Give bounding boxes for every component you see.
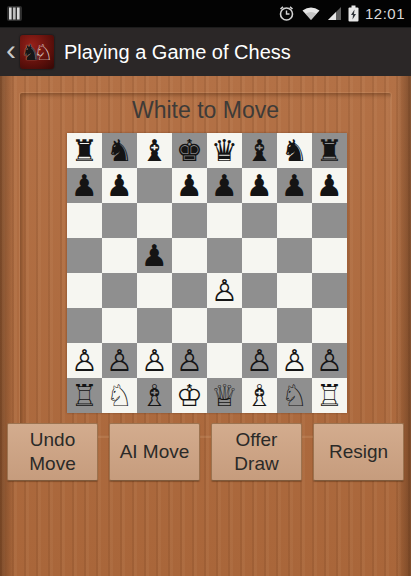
board-square[interactable]: ♘ bbox=[277, 378, 312, 413]
board-square[interactable] bbox=[277, 273, 312, 308]
board-square[interactable]: ♞ bbox=[102, 133, 137, 168]
board-square[interactable]: ♟ bbox=[312, 168, 347, 203]
board-square[interactable] bbox=[242, 203, 277, 238]
board-square[interactable]: ♝ bbox=[137, 133, 172, 168]
board-square[interactable] bbox=[102, 203, 137, 238]
page-title: Playing a Game of Chess bbox=[64, 41, 291, 64]
board-square[interactable]: ♙ bbox=[312, 343, 347, 378]
ai-move-button[interactable]: AI Move bbox=[109, 423, 200, 481]
board-square[interactable]: ♙ bbox=[67, 343, 102, 378]
white-piece: ♙ bbox=[246, 343, 273, 378]
board-square[interactable]: ♚ bbox=[172, 133, 207, 168]
board-square[interactable] bbox=[207, 238, 242, 273]
black-piece: ♟ bbox=[141, 238, 168, 273]
white-piece: ♙ bbox=[71, 343, 98, 378]
board-square[interactable] bbox=[67, 203, 102, 238]
board-square[interactable] bbox=[207, 343, 242, 378]
wood-background: White to Move ♜♞♝♚♛♝♞♜♟♟♟♟♟♟♟♟♙♙♙♙♙♙♙♙♖♘… bbox=[0, 76, 411, 576]
board-square[interactable]: ♞ bbox=[277, 133, 312, 168]
board-square[interactable] bbox=[137, 308, 172, 343]
board-square[interactable] bbox=[277, 308, 312, 343]
black-piece: ♚ bbox=[176, 133, 203, 168]
move-status-text: White to Move bbox=[0, 97, 411, 124]
board-square[interactable]: ♖ bbox=[312, 378, 347, 413]
board-square[interactable]: ♗ bbox=[242, 378, 277, 413]
white-piece: ♗ bbox=[246, 378, 273, 413]
resign-button[interactable]: Resign bbox=[313, 423, 404, 481]
board-square[interactable] bbox=[242, 273, 277, 308]
wifi-icon bbox=[301, 6, 321, 22]
board-square[interactable] bbox=[67, 238, 102, 273]
board-square[interactable]: ♛ bbox=[207, 133, 242, 168]
board-square[interactable] bbox=[137, 273, 172, 308]
white-piece: ♘ bbox=[281, 378, 308, 413]
notification-bars-icon bbox=[6, 5, 23, 22]
board-square[interactable] bbox=[137, 203, 172, 238]
board-square[interactable]: ♖ bbox=[67, 378, 102, 413]
board-square[interactable] bbox=[67, 308, 102, 343]
app-icon: ♞ ♘ bbox=[20, 35, 54, 69]
board-square[interactable] bbox=[172, 308, 207, 343]
board-square[interactable]: ♜ bbox=[312, 133, 347, 168]
board-square[interactable] bbox=[277, 238, 312, 273]
board-square[interactable] bbox=[67, 273, 102, 308]
black-piece: ♟ bbox=[246, 168, 273, 203]
board-square[interactable] bbox=[172, 273, 207, 308]
white-piece: ♙ bbox=[141, 343, 168, 378]
board-square[interactable]: ♟ bbox=[277, 168, 312, 203]
board-square[interactable] bbox=[102, 273, 137, 308]
white-piece: ♕ bbox=[211, 378, 238, 413]
action-bar: ‹ ♞ ♘ Playing a Game of Chess bbox=[0, 28, 411, 76]
black-piece: ♟ bbox=[106, 168, 133, 203]
board-square[interactable]: ♕ bbox=[207, 378, 242, 413]
board-square[interactable]: ♙ bbox=[242, 343, 277, 378]
board-square[interactable]: ♙ bbox=[172, 343, 207, 378]
board-square[interactable] bbox=[312, 203, 347, 238]
battery-charging-icon bbox=[348, 5, 359, 22]
black-piece: ♞ bbox=[281, 133, 308, 168]
board-square[interactable] bbox=[172, 238, 207, 273]
white-piece: ♖ bbox=[316, 378, 343, 413]
board-square[interactable]: ♟ bbox=[242, 168, 277, 203]
board-square[interactable] bbox=[102, 238, 137, 273]
board-square[interactable] bbox=[242, 308, 277, 343]
white-piece: ♙ bbox=[211, 273, 238, 308]
app-screen: 12:01 ‹ ♞ ♘ Playing a Game of Chess Whit… bbox=[0, 0, 411, 576]
white-piece: ♘ bbox=[106, 378, 133, 413]
board-square[interactable]: ♟ bbox=[172, 168, 207, 203]
black-piece: ♟ bbox=[211, 168, 238, 203]
board-square[interactable]: ♝ bbox=[242, 133, 277, 168]
black-piece: ♜ bbox=[71, 133, 98, 168]
signal-icon bbox=[327, 6, 342, 21]
board-square[interactable] bbox=[137, 168, 172, 203]
black-piece: ♛ bbox=[211, 133, 238, 168]
alarm-icon bbox=[278, 5, 295, 22]
board-square[interactable]: ♘ bbox=[102, 378, 137, 413]
black-piece: ♟ bbox=[281, 168, 308, 203]
white-piece: ♖ bbox=[71, 378, 98, 413]
board-square[interactable]: ♙ bbox=[137, 343, 172, 378]
board-square[interactable] bbox=[172, 203, 207, 238]
board-square[interactable] bbox=[277, 203, 312, 238]
black-piece: ♜ bbox=[316, 133, 343, 168]
white-piece: ♙ bbox=[316, 343, 343, 378]
board-square[interactable]: ♙ bbox=[207, 273, 242, 308]
board-square[interactable] bbox=[207, 203, 242, 238]
board-square[interactable]: ♔ bbox=[172, 378, 207, 413]
board-square[interactable]: ♗ bbox=[137, 378, 172, 413]
board-square[interactable] bbox=[242, 238, 277, 273]
board-square[interactable] bbox=[312, 308, 347, 343]
board-square[interactable]: ♜ bbox=[67, 133, 102, 168]
black-piece: ♝ bbox=[246, 133, 273, 168]
status-time: 12:01 bbox=[365, 5, 405, 22]
black-piece: ♟ bbox=[71, 168, 98, 203]
black-piece: ♟ bbox=[176, 168, 203, 203]
status-bar: 12:01 bbox=[0, 0, 411, 28]
offer-draw-button[interactable]: Offer Draw bbox=[211, 423, 302, 481]
board-square[interactable] bbox=[312, 238, 347, 273]
white-piece: ♔ bbox=[176, 378, 203, 413]
black-piece: ♝ bbox=[141, 133, 168, 168]
undo-move-button[interactable]: Undo Move bbox=[7, 423, 98, 481]
white-piece: ♙ bbox=[281, 343, 308, 378]
board-square[interactable]: ♟ bbox=[102, 168, 137, 203]
chess-board: ♜♞♝♚♛♝♞♜♟♟♟♟♟♟♟♟♙♙♙♙♙♙♙♙♖♘♗♔♕♗♘♖ bbox=[67, 133, 347, 413]
board-square[interactable] bbox=[102, 308, 137, 343]
black-piece: ♟ bbox=[316, 168, 343, 203]
board-square[interactable]: ♟ bbox=[207, 168, 242, 203]
black-piece: ♞ bbox=[106, 133, 133, 168]
game-buttons-row: Undo Move AI Move Offer Draw Resign bbox=[7, 423, 404, 481]
board-square[interactable] bbox=[207, 308, 242, 343]
back-chevron-icon[interactable]: ‹ bbox=[4, 30, 18, 74]
board-square[interactable]: ♙ bbox=[102, 343, 137, 378]
app-icon-white-knight: ♘ bbox=[34, 40, 54, 65]
white-piece: ♙ bbox=[106, 343, 133, 378]
board-square[interactable]: ♙ bbox=[277, 343, 312, 378]
white-piece: ♗ bbox=[141, 378, 168, 413]
white-piece: ♙ bbox=[176, 343, 203, 378]
board-square[interactable]: ♟ bbox=[137, 238, 172, 273]
board-square[interactable]: ♟ bbox=[67, 168, 102, 203]
board-square[interactable] bbox=[312, 273, 347, 308]
